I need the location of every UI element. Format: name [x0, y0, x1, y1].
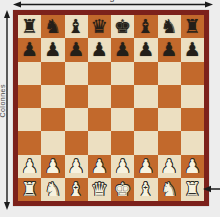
black-pawn-piece: ♟: [114, 40, 131, 59]
white-pawn-piece: ♟: [161, 156, 178, 175]
black-pawn-piece: ♟: [137, 40, 154, 59]
square-e5[interactable]: [111, 85, 134, 108]
square-h7[interactable]: ♟: [181, 38, 204, 61]
square-g1[interactable]: ♞: [158, 178, 181, 201]
square-e1[interactable]: ♚: [111, 178, 134, 201]
square-f1[interactable]: ♝: [134, 178, 157, 201]
white-pawn-piece: ♟: [44, 156, 61, 175]
square-c2[interactable]: ♟: [65, 155, 88, 178]
square-e7[interactable]: ♟: [111, 38, 134, 61]
square-b3[interactable]: [41, 131, 64, 154]
square-f2[interactable]: ♟: [134, 155, 157, 178]
black-rook-piece: ♜: [21, 17, 38, 36]
square-c6[interactable]: [65, 62, 88, 85]
square-g2[interactable]: ♟: [158, 155, 181, 178]
white-knight-piece: ♞: [161, 179, 178, 198]
white-pawn-piece: ♟: [91, 156, 108, 175]
square-c7[interactable]: ♟: [65, 38, 88, 61]
square-f5[interactable]: [134, 85, 157, 108]
black-bishop-piece: ♝: [137, 17, 154, 36]
square-b1[interactable]: ♞: [41, 178, 64, 201]
square-e2[interactable]: ♟: [111, 155, 134, 178]
square-c4[interactable]: [65, 108, 88, 131]
square-h8[interactable]: ♜: [181, 15, 204, 38]
ranks-double-arrow: [0, 0, 220, 10]
white-knight-piece: ♞: [44, 179, 61, 198]
black-pawn-piece: ♟: [44, 40, 61, 59]
square-d3[interactable]: [88, 131, 111, 154]
square-e4[interactable]: [111, 108, 134, 131]
files-double-arrow: [0, 0, 14, 217]
white-pawn-piece: ♟: [137, 156, 154, 175]
black-pawn-piece: ♟: [184, 40, 201, 59]
square-a8[interactable]: ♜: [18, 15, 41, 38]
square-a5[interactable]: [18, 85, 41, 108]
black-king-piece: ♚: [114, 17, 131, 36]
square-d5[interactable]: [88, 85, 111, 108]
white-pawn-piece: ♟: [21, 156, 38, 175]
white-pawn-piece: ♟: [184, 156, 201, 175]
square-b6[interactable]: [41, 62, 64, 85]
square-a4[interactable]: [18, 108, 41, 131]
square-c8[interactable]: ♝: [65, 15, 88, 38]
square-g8[interactable]: ♞: [158, 15, 181, 38]
square-a1[interactable]: ♜: [18, 178, 41, 201]
black-knight-piece: ♞: [161, 17, 178, 36]
square-d2[interactable]: ♟: [88, 155, 111, 178]
black-bishop-piece: ♝: [68, 17, 85, 36]
square-h4[interactable]: [181, 108, 204, 131]
white-bishop-piece: ♝: [137, 179, 154, 198]
white-bishop-piece: ♝: [68, 179, 85, 198]
square-f8[interactable]: ♝: [134, 15, 157, 38]
square-a2[interactable]: ♟: [18, 155, 41, 178]
black-pawn-piece: ♟: [21, 40, 38, 59]
white-king-piece: ♚: [114, 179, 131, 198]
square-d8[interactable]: ♛: [88, 15, 111, 38]
square-d7[interactable]: ♟: [88, 38, 111, 61]
square-d6[interactable]: [88, 62, 111, 85]
square-a7[interactable]: ♟: [18, 38, 41, 61]
square-b7[interactable]: ♟: [41, 38, 64, 61]
square-g7[interactable]: ♟: [158, 38, 181, 61]
black-knight-piece: ♞: [44, 17, 61, 36]
black-pawn-piece: ♟: [91, 40, 108, 59]
black-rook-piece: ♜: [184, 17, 201, 36]
square-g3[interactable]: [158, 131, 181, 154]
square-g4[interactable]: [158, 108, 181, 131]
square-f7[interactable]: ♟: [134, 38, 157, 61]
square-d1[interactable]: ♛: [88, 178, 111, 201]
square-f4[interactable]: [134, 108, 157, 131]
square-f3[interactable]: [134, 131, 157, 154]
square-f6[interactable]: [134, 62, 157, 85]
h1-rook-pointer-arrow: [201, 182, 220, 196]
square-d4[interactable]: [88, 108, 111, 131]
square-c5[interactable]: [65, 85, 88, 108]
chessboard: ♜♞♝♛♚♝♞♜♟♟♟♟♟♟♟♟♟♟♟♟♟♟♟♟♜♞♝♛♚♝♞♜: [13, 10, 209, 206]
black-queen-piece: ♛: [91, 17, 108, 36]
square-e3[interactable]: [111, 131, 134, 154]
square-h2[interactable]: ♟: [181, 155, 204, 178]
square-h5[interactable]: [181, 85, 204, 108]
square-b8[interactable]: ♞: [41, 15, 64, 38]
square-b2[interactable]: ♟: [41, 155, 64, 178]
black-pawn-piece: ♟: [161, 40, 178, 59]
black-pawn-piece: ♟: [68, 40, 85, 59]
square-c1[interactable]: ♝: [65, 178, 88, 201]
square-b4[interactable]: [41, 108, 64, 131]
square-e8[interactable]: ♚: [111, 15, 134, 38]
square-h3[interactable]: [181, 131, 204, 154]
white-pawn-piece: ♟: [68, 156, 85, 175]
white-pawn-piece: ♟: [114, 156, 131, 175]
chess-diagram: Rangées Colonnes ♜♞♝♛♚♝♞♜♟♟♟♟♟♟♟♟♟♟♟♟♟♟♟…: [0, 0, 220, 217]
white-queen-piece: ♛: [91, 179, 108, 198]
board-grid: ♜♞♝♛♚♝♞♜♟♟♟♟♟♟♟♟♟♟♟♟♟♟♟♟♜♞♝♛♚♝♞♜: [18, 15, 204, 201]
square-g6[interactable]: [158, 62, 181, 85]
white-rook-piece: ♜: [184, 179, 201, 198]
square-c3[interactable]: [65, 131, 88, 154]
white-rook-piece: ♜: [21, 179, 38, 198]
square-h6[interactable]: [181, 62, 204, 85]
square-e6[interactable]: [111, 62, 134, 85]
square-a6[interactable]: [18, 62, 41, 85]
square-b5[interactable]: [41, 85, 64, 108]
square-g5[interactable]: [158, 85, 181, 108]
square-a3[interactable]: [18, 131, 41, 154]
